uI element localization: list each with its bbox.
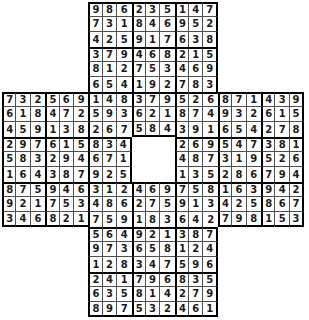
cell-r9c15: 1 (203, 122, 217, 137)
cell-r10c2: 9 (16, 137, 30, 152)
empty-region (232, 17, 246, 32)
cell-r14c3: 1 (31, 197, 45, 212)
empty-region (45, 242, 59, 257)
cell-r4c13: 2 (175, 47, 189, 62)
cell-r10c16: 5 (218, 137, 232, 152)
cell-r1c14: 4 (189, 2, 203, 17)
empty-region (218, 32, 232, 47)
cell-r13c2: 7 (16, 182, 30, 197)
cell-r8c8: 9 (103, 107, 117, 122)
cell-r11c16: 3 (218, 152, 232, 167)
cell-r11c6: 4 (74, 152, 88, 167)
cell-r10c1: 2 (2, 137, 16, 152)
cell-r11c18: 9 (247, 152, 261, 167)
cell-r5c14: 6 (189, 62, 203, 77)
cell-r6c8: 5 (103, 77, 117, 92)
cell-r14c12: 5 (160, 197, 174, 212)
empty-region (31, 242, 45, 257)
empty-region (247, 272, 261, 287)
cell-r15c11: 8 (146, 212, 160, 227)
cell-r13c12: 9 (160, 182, 174, 197)
empty-region (16, 77, 30, 92)
cell-r21c10: 5 (132, 302, 146, 317)
cell-r9c19: 2 (261, 122, 275, 137)
empty-region (16, 32, 30, 47)
cell-r13c5: 4 (60, 182, 74, 197)
empty-region (247, 17, 261, 32)
cell-r6c13: 7 (175, 77, 189, 92)
cell-r20c11: 1 (146, 287, 160, 302)
cell-r12c5: 8 (60, 167, 74, 182)
empty-region (74, 62, 88, 77)
cell-r17c15: 4 (203, 242, 217, 257)
cell-r18c10: 3 (132, 257, 146, 272)
empty-region (31, 287, 45, 302)
empty-region (232, 2, 246, 17)
empty-region (261, 62, 275, 77)
cell-r13c16: 1 (218, 182, 232, 197)
cell-r13c17: 6 (232, 182, 246, 197)
cell-r13c20: 4 (275, 182, 289, 197)
cell-r21c15: 1 (203, 302, 217, 317)
cell-r16c15: 7 (203, 227, 217, 242)
cell-r8c11: 2 (146, 107, 160, 122)
cell-r9c10: 5 (132, 122, 146, 137)
cell-r13c10: 4 (132, 182, 146, 197)
empty-region (218, 302, 232, 317)
cell-r7c19: 4 (261, 92, 275, 107)
empty-region (2, 272, 16, 287)
cell-r14c19: 8 (261, 197, 275, 212)
cell-r11c8: 7 (103, 152, 117, 167)
cell-r3c9: 5 (117, 32, 131, 47)
cell-r5c11: 5 (146, 62, 160, 77)
cell-r10c9: 4 (117, 137, 131, 152)
cell-r11c1: 5 (2, 152, 16, 167)
empty-region (31, 302, 45, 317)
empty-region (45, 77, 59, 92)
cell-r20c15: 9 (203, 287, 217, 302)
cell-r8c16: 9 (218, 107, 232, 122)
empty-region (275, 77, 289, 92)
empty-region (146, 167, 160, 182)
cell-r12c20: 9 (275, 167, 289, 182)
empty-region (218, 227, 232, 242)
cell-r14c6: 3 (74, 197, 88, 212)
cell-r1c15: 7 (203, 2, 217, 17)
cell-r15c16: 7 (218, 212, 232, 227)
cell-r9c16: 6 (218, 122, 232, 137)
empty-region (31, 77, 45, 92)
cell-r10c3: 7 (31, 137, 45, 152)
cell-r9c2: 5 (16, 122, 30, 137)
cell-r5c10: 7 (132, 62, 146, 77)
empty-region (2, 17, 16, 32)
empty-region (2, 62, 16, 77)
cell-r16c12: 1 (160, 227, 174, 242)
cell-r11c9: 1 (117, 152, 131, 167)
empty-region (31, 62, 45, 77)
cell-r15c2: 4 (16, 212, 30, 227)
cell-r18c7: 1 (88, 257, 102, 272)
empty-region (74, 47, 88, 62)
empty-region (232, 272, 246, 287)
cell-r5c12: 3 (160, 62, 174, 77)
empty-region (60, 2, 74, 17)
cell-r9c14: 9 (189, 122, 203, 137)
empty-region (290, 302, 304, 317)
cell-r16c10: 9 (132, 227, 146, 242)
cell-r7c14: 2 (189, 92, 203, 107)
empty-region (60, 242, 74, 257)
cell-r19c14: 3 (189, 272, 203, 287)
cell-r15c4: 8 (45, 212, 59, 227)
empty-region (232, 227, 246, 242)
empty-region (146, 137, 160, 152)
cell-r2c14: 5 (189, 17, 203, 32)
cell-r15c3: 6 (31, 212, 45, 227)
empty-region (247, 227, 261, 242)
empty-region (232, 287, 246, 302)
cell-r12c19: 7 (261, 167, 275, 182)
cell-r6c10: 1 (132, 77, 146, 92)
empty-region (290, 62, 304, 77)
cell-r9c8: 6 (103, 122, 117, 137)
empty-region (290, 227, 304, 242)
cell-r10c15: 9 (203, 137, 217, 152)
cell-r1c13: 1 (175, 2, 189, 17)
empty-region (60, 32, 74, 47)
empty-region (31, 227, 45, 242)
cell-r13c6: 6 (74, 182, 88, 197)
empty-region (74, 257, 88, 272)
empty-region (45, 17, 59, 32)
cell-r18c11: 4 (146, 257, 160, 272)
cell-r13c18: 3 (247, 182, 261, 197)
cell-r20c7: 6 (88, 287, 102, 302)
empty-region (232, 257, 246, 272)
empty-region (275, 32, 289, 47)
cell-r17c11: 5 (146, 242, 160, 257)
cell-r7c1: 7 (2, 92, 16, 107)
empty-region (275, 47, 289, 62)
empty-region (261, 47, 275, 62)
empty-region (261, 32, 275, 47)
cell-r9c18: 4 (247, 122, 261, 137)
cell-r12c7: 9 (88, 167, 102, 182)
empty-region (218, 257, 232, 272)
cell-r12c9: 5 (117, 167, 131, 182)
cell-r16c8: 6 (103, 227, 117, 242)
empty-region (60, 302, 74, 317)
cell-r8c13: 8 (175, 107, 189, 122)
cell-r8c10: 6 (132, 107, 146, 122)
empty-region (247, 302, 261, 317)
cell-r14c15: 3 (203, 197, 217, 212)
cell-r13c13: 7 (175, 182, 189, 197)
cell-r12c8: 2 (103, 167, 117, 182)
empty-region (60, 47, 74, 62)
empty-region (31, 257, 45, 272)
empty-region (261, 287, 275, 302)
cell-r6c12: 2 (160, 77, 174, 92)
cell-r7c9: 8 (117, 92, 131, 107)
empty-region (74, 77, 88, 92)
cell-r12c21: 4 (290, 167, 304, 182)
cell-r3c7: 4 (88, 32, 102, 47)
cell-r17c12: 8 (160, 242, 174, 257)
empty-region (275, 257, 289, 272)
cell-r8c7: 5 (88, 107, 102, 122)
empty-region (275, 242, 289, 257)
cell-r8c18: 2 (247, 107, 261, 122)
cell-r3c8: 2 (103, 32, 117, 47)
empty-region (74, 302, 88, 317)
cell-r7c2: 3 (16, 92, 30, 107)
cell-r14c14: 1 (189, 197, 203, 212)
cell-r9c6: 8 (74, 122, 88, 137)
cell-r9c20: 7 (275, 122, 289, 137)
empty-region (247, 242, 261, 257)
empty-region (132, 152, 146, 167)
empty-region (275, 62, 289, 77)
cell-r8c19: 6 (261, 107, 275, 122)
empty-region (247, 47, 261, 62)
cell-r9c1: 4 (2, 122, 16, 137)
empty-region (290, 242, 304, 257)
cell-r1c8: 8 (103, 2, 117, 17)
cell-r4c10: 4 (132, 47, 146, 62)
cell-r18c15: 6 (203, 257, 217, 272)
cell-r5c9: 2 (117, 62, 131, 77)
cell-r15c17: 9 (232, 212, 246, 227)
cell-r4c8: 7 (103, 47, 117, 62)
cell-r7c3: 2 (31, 92, 45, 107)
empty-region (16, 227, 30, 242)
empty-region (290, 2, 304, 17)
cell-r15c15: 2 (203, 212, 217, 227)
empty-region (232, 47, 246, 62)
cell-r19c10: 7 (132, 272, 146, 287)
cell-r9c5: 3 (60, 122, 74, 137)
cell-r8c15: 4 (203, 107, 217, 122)
cell-r19c13: 8 (175, 272, 189, 287)
cell-r7c17: 7 (232, 92, 246, 107)
cell-r2c13: 9 (175, 17, 189, 32)
empty-region (16, 2, 30, 17)
empty-region (146, 152, 160, 167)
cell-r21c11: 3 (146, 302, 160, 317)
samurai-sudoku-board: 9862351477318469524259176383794682158127… (2, 2, 304, 317)
empty-region (16, 17, 30, 32)
empty-region (290, 272, 304, 287)
empty-region (247, 257, 261, 272)
cell-r11c21: 6 (290, 152, 304, 167)
empty-region (160, 167, 174, 182)
empty-region (60, 272, 74, 287)
cell-r9c12: 4 (160, 122, 174, 137)
cell-r3c10: 9 (132, 32, 146, 47)
cell-r19c8: 4 (103, 272, 117, 287)
empty-region (218, 287, 232, 302)
empty-region (218, 77, 232, 92)
cell-r11c2: 8 (16, 152, 30, 167)
cell-r15c5: 2 (60, 212, 74, 227)
cell-r7c4: 5 (45, 92, 59, 107)
empty-region (218, 62, 232, 77)
empty-region (218, 272, 232, 287)
empty-region (16, 302, 30, 317)
empty-region (31, 17, 45, 32)
empty-region (74, 17, 88, 32)
cell-r14c9: 6 (117, 197, 131, 212)
cell-r14c7: 4 (88, 197, 102, 212)
empty-region (16, 47, 30, 62)
empty-region (232, 32, 246, 47)
cell-r9c11: 8 (146, 122, 160, 137)
cell-r5c15: 9 (203, 62, 217, 77)
cell-r14c13: 9 (175, 197, 189, 212)
empty-region (2, 287, 16, 302)
cell-r12c1: 1 (2, 167, 16, 182)
empty-region (2, 242, 16, 257)
cell-r14c20: 6 (275, 197, 289, 212)
cell-r7c5: 6 (60, 92, 74, 107)
cell-r10c6: 5 (74, 137, 88, 152)
cell-r14c18: 5 (247, 197, 261, 212)
empty-region (290, 257, 304, 272)
cell-r11c19: 5 (261, 152, 275, 167)
empty-region (160, 137, 174, 152)
empty-region (232, 302, 246, 317)
empty-region (74, 32, 88, 47)
cell-r13c11: 6 (146, 182, 160, 197)
cell-r16c11: 2 (146, 227, 160, 242)
empty-region (45, 272, 59, 287)
cell-r15c20: 5 (275, 212, 289, 227)
cell-r13c7: 3 (88, 182, 102, 197)
empty-region (74, 287, 88, 302)
cell-r8c21: 5 (290, 107, 304, 122)
cell-r15c1: 3 (2, 212, 16, 227)
cell-r21c7: 8 (88, 302, 102, 317)
empty-region (247, 287, 261, 302)
empty-region (290, 17, 304, 32)
cell-r2c9: 1 (117, 17, 131, 32)
empty-region (132, 137, 146, 152)
cell-r7c12: 9 (160, 92, 174, 107)
cell-r12c13: 1 (175, 167, 189, 182)
cell-r20c12: 4 (160, 287, 174, 302)
cell-r3c11: 1 (146, 32, 160, 47)
empty-region (290, 47, 304, 62)
cell-r15c18: 8 (247, 212, 261, 227)
empty-region (31, 32, 45, 47)
cell-r13c15: 8 (203, 182, 217, 197)
cell-r15c7: 7 (88, 212, 102, 227)
empty-region (232, 77, 246, 92)
cell-r7c16: 8 (218, 92, 232, 107)
cell-r10c5: 1 (60, 137, 74, 152)
cell-r13c14: 5 (189, 182, 203, 197)
empty-region (60, 77, 74, 92)
cell-r11c7: 6 (88, 152, 102, 167)
cell-r2c15: 2 (203, 17, 217, 32)
cell-r13c4: 9 (45, 182, 59, 197)
empty-region (60, 287, 74, 302)
cell-r6c7: 6 (88, 77, 102, 92)
empty-region (16, 287, 30, 302)
empty-region (218, 2, 232, 17)
cell-r15c9: 9 (117, 212, 131, 227)
empty-region (74, 2, 88, 17)
empty-region (45, 2, 59, 17)
empty-region (275, 272, 289, 287)
cell-r10c13: 2 (175, 137, 189, 152)
cell-r9c3: 9 (31, 122, 45, 137)
cell-r21c8: 9 (103, 302, 117, 317)
cell-r13c1: 8 (2, 182, 16, 197)
cell-r7c10: 3 (132, 92, 146, 107)
cell-r12c3: 4 (31, 167, 45, 182)
cell-r7c11: 7 (146, 92, 160, 107)
cell-r14c11: 7 (146, 197, 160, 212)
empty-region (16, 257, 30, 272)
cell-r4c11: 6 (146, 47, 160, 62)
cell-r7c13: 5 (175, 92, 189, 107)
cell-r12c2: 6 (16, 167, 30, 182)
empty-region (218, 17, 232, 32)
empty-region (261, 257, 275, 272)
empty-region (290, 32, 304, 47)
empty-region (2, 257, 16, 272)
cell-r21c13: 4 (175, 302, 189, 317)
empty-region (261, 17, 275, 32)
empty-region (275, 287, 289, 302)
cell-r14c4: 7 (45, 197, 59, 212)
cell-r17c13: 1 (175, 242, 189, 257)
cell-r2c11: 4 (146, 17, 160, 32)
cell-r20c10: 8 (132, 287, 146, 302)
cell-r12c15: 5 (203, 167, 217, 182)
cell-r19c7: 2 (88, 272, 102, 287)
empty-region (31, 272, 45, 287)
cell-r10c7: 8 (88, 137, 102, 152)
cell-r17c14: 2 (189, 242, 203, 257)
empty-region (16, 272, 30, 287)
cell-r14c5: 5 (60, 197, 74, 212)
cell-r8c20: 1 (275, 107, 289, 122)
empty-region (2, 227, 16, 242)
cell-r20c8: 3 (103, 287, 117, 302)
cell-r15c8: 5 (103, 212, 117, 227)
cell-r18c9: 8 (117, 257, 131, 272)
cell-r15c10: 1 (132, 212, 146, 227)
cell-r11c4: 2 (45, 152, 59, 167)
empty-region (2, 47, 16, 62)
cell-r14c2: 2 (16, 197, 30, 212)
cell-r17c8: 7 (103, 242, 117, 257)
empty-region (2, 32, 16, 47)
cell-r14c16: 4 (218, 197, 232, 212)
empty-region (74, 227, 88, 242)
cell-r20c9: 5 (117, 287, 131, 302)
empty-region (132, 167, 146, 182)
cell-r9c9: 7 (117, 122, 131, 137)
cell-r9c7: 2 (88, 122, 102, 137)
empty-region (275, 17, 289, 32)
cell-r15c6: 1 (74, 212, 88, 227)
